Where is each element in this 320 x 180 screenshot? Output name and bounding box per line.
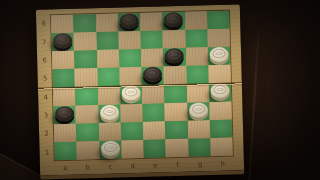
square-f5[interactable] bbox=[164, 66, 187, 85]
square-g6[interactable] bbox=[185, 47, 208, 66]
file-label-h: h bbox=[211, 158, 234, 171]
square-c5[interactable] bbox=[97, 68, 120, 87]
square-c8[interactable] bbox=[95, 14, 118, 33]
square-c1[interactable]: ⛀ bbox=[99, 140, 122, 159]
square-b2[interactable] bbox=[76, 123, 99, 142]
rank-label-3: 3 bbox=[40, 106, 51, 125]
square-c3[interactable]: ⛀ bbox=[98, 104, 121, 123]
square-e5[interactable]: ⛂ bbox=[141, 67, 164, 86]
square-a8[interactable] bbox=[51, 15, 74, 34]
square-c2[interactable] bbox=[98, 122, 121, 141]
square-d3[interactable] bbox=[120, 104, 143, 123]
square-d1[interactable] bbox=[121, 140, 144, 159]
square-d8[interactable]: ⛂ bbox=[118, 13, 141, 32]
square-b7[interactable] bbox=[74, 32, 97, 51]
square-f6[interactable]: ⛂ bbox=[163, 48, 186, 67]
white-checker[interactable]: ⛀ bbox=[100, 141, 119, 156]
black-checker[interactable]: ⛂ bbox=[164, 12, 183, 27]
rank-label-2: 2 bbox=[41, 125, 52, 144]
square-b8[interactable] bbox=[73, 14, 96, 33]
square-h2[interactable] bbox=[210, 119, 233, 138]
square-h5[interactable] bbox=[208, 65, 231, 84]
file-label-g: g bbox=[189, 158, 212, 171]
square-f8[interactable]: ⛂ bbox=[162, 12, 185, 31]
rank-label-4: 4 bbox=[40, 88, 51, 107]
square-a7[interactable]: ⛂ bbox=[51, 33, 74, 52]
square-d6[interactable] bbox=[119, 49, 142, 68]
square-f1[interactable] bbox=[166, 139, 189, 158]
square-e1[interactable] bbox=[143, 139, 166, 158]
file-label-e: e bbox=[144, 159, 167, 172]
square-a2[interactable] bbox=[54, 123, 77, 142]
square-d7[interactable] bbox=[118, 31, 141, 50]
file-label-a: a bbox=[54, 162, 77, 175]
square-e8[interactable] bbox=[140, 12, 163, 31]
rank-label-6: 6 bbox=[39, 51, 50, 70]
rank-label-1: 1 bbox=[41, 143, 52, 162]
square-d2[interactable] bbox=[121, 122, 144, 141]
black-checker[interactable]: ⛂ bbox=[119, 13, 138, 28]
square-h1[interactable] bbox=[210, 137, 233, 156]
square-h3[interactable] bbox=[209, 101, 232, 120]
square-e6[interactable] bbox=[141, 49, 164, 68]
square-f3[interactable] bbox=[165, 102, 188, 121]
rank-label-5: 5 bbox=[39, 69, 50, 88]
square-f2[interactable] bbox=[165, 121, 188, 140]
square-g7[interactable] bbox=[185, 29, 208, 48]
black-checker[interactable]: ⛂ bbox=[165, 48, 184, 63]
square-g5[interactable] bbox=[186, 66, 209, 85]
square-e2[interactable] bbox=[143, 121, 166, 140]
file-label-c: c bbox=[99, 161, 122, 174]
square-d5[interactable] bbox=[119, 67, 142, 86]
square-b6[interactable] bbox=[74, 50, 97, 69]
file-label-f: f bbox=[166, 159, 189, 172]
square-e3[interactable] bbox=[142, 103, 165, 122]
checkers-board: 87654321 abcdefgh ⛂⛂⛂⛂⛀⛂⛀⛀⛂⛀⛀⛀ bbox=[36, 4, 244, 175]
square-a1[interactable] bbox=[54, 142, 77, 161]
black-checker[interactable]: ⛂ bbox=[143, 67, 162, 82]
square-g8[interactable] bbox=[184, 11, 207, 30]
square-b5[interactable] bbox=[75, 68, 98, 87]
photo-of-checkers-board: 87654321 abcdefgh ⛂⛂⛂⛂⛀⛂⛀⛀⛂⛀⛀⛀ bbox=[0, 0, 320, 180]
square-b3[interactable] bbox=[76, 105, 99, 124]
black-checker[interactable]: ⛂ bbox=[53, 33, 72, 48]
square-g3[interactable]: ⛀ bbox=[187, 102, 210, 121]
square-b1[interactable] bbox=[77, 141, 100, 160]
square-e7[interactable] bbox=[140, 31, 163, 50]
square-g2[interactable] bbox=[187, 120, 210, 139]
square-a6[interactable] bbox=[52, 51, 75, 70]
square-c7[interactable] bbox=[96, 32, 119, 51]
square-f7[interactable] bbox=[163, 30, 186, 49]
file-label-b: b bbox=[76, 161, 99, 174]
white-checker[interactable]: ⛀ bbox=[188, 102, 207, 117]
white-checker[interactable]: ⛀ bbox=[100, 104, 119, 119]
square-a3[interactable]: ⛂ bbox=[53, 105, 76, 124]
file-label-d: d bbox=[121, 160, 144, 173]
square-a5[interactable] bbox=[52, 69, 75, 88]
square-h6[interactable]: ⛀ bbox=[208, 47, 231, 66]
square-h8[interactable] bbox=[207, 11, 230, 30]
rank-label-8: 8 bbox=[38, 14, 49, 33]
rank-label-7: 7 bbox=[38, 33, 49, 52]
black-checker[interactable]: ⛂ bbox=[55, 106, 74, 121]
white-checker[interactable]: ⛀ bbox=[209, 47, 228, 62]
square-c6[interactable] bbox=[96, 50, 119, 69]
square-g1[interactable] bbox=[188, 138, 211, 157]
square-h7[interactable] bbox=[207, 29, 230, 48]
